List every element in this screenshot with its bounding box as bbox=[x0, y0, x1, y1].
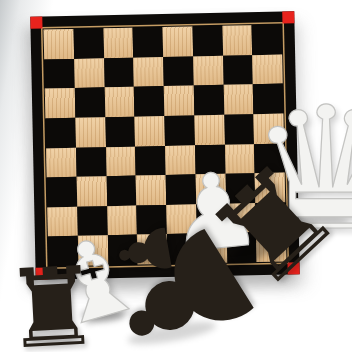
square-d7 bbox=[133, 57, 163, 87]
square-c6 bbox=[104, 87, 134, 117]
square-c3 bbox=[106, 176, 136, 206]
square-f8 bbox=[192, 26, 222, 56]
chess-set-product-photo: ♛♟♝♜♜♟♟ bbox=[0, 0, 352, 352]
square-c4 bbox=[106, 146, 136, 176]
square-d5 bbox=[135, 116, 165, 146]
square-a8 bbox=[44, 29, 74, 59]
square-b3 bbox=[76, 176, 106, 206]
square-a4 bbox=[46, 147, 76, 177]
square-b6 bbox=[75, 88, 105, 118]
square-a3 bbox=[47, 177, 77, 207]
square-g8 bbox=[222, 25, 252, 55]
square-e7 bbox=[163, 56, 193, 86]
square-d4 bbox=[135, 146, 165, 176]
square-e6 bbox=[164, 86, 194, 116]
square-e5 bbox=[164, 115, 194, 145]
red-corner-marker-top-right bbox=[282, 11, 294, 23]
square-h8 bbox=[252, 25, 282, 55]
square-b4 bbox=[76, 147, 106, 177]
square-c8 bbox=[103, 28, 133, 58]
square-d3 bbox=[136, 175, 166, 205]
square-b5 bbox=[75, 117, 105, 147]
square-a6 bbox=[45, 88, 75, 118]
square-e8 bbox=[163, 26, 193, 56]
square-d8 bbox=[133, 27, 163, 57]
square-a5 bbox=[45, 118, 75, 148]
square-c7 bbox=[104, 57, 134, 87]
square-g7 bbox=[223, 55, 253, 85]
red-corner-marker-top-left bbox=[30, 17, 42, 29]
square-b8 bbox=[73, 28, 103, 58]
square-f7 bbox=[193, 55, 223, 85]
square-a7 bbox=[44, 59, 74, 89]
square-d6 bbox=[134, 86, 164, 116]
square-f6 bbox=[194, 85, 224, 115]
square-f5 bbox=[194, 115, 224, 145]
square-b7 bbox=[74, 58, 104, 88]
square-c5 bbox=[105, 117, 135, 147]
